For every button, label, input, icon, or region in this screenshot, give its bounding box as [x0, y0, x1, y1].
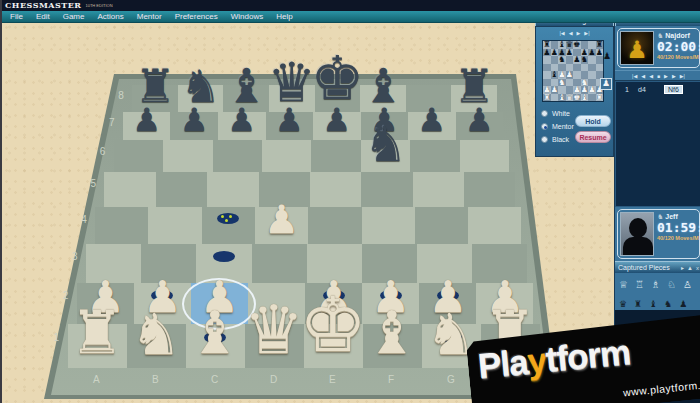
piece-white-knight-b1[interactable]: ♞: [125, 306, 188, 363]
black-player-clock: 02:00:00: [657, 39, 700, 54]
mini-square: ♛: [566, 94, 574, 102]
mini-piece: ♜: [543, 93, 551, 102]
mini-square: [596, 56, 604, 64]
menu-item-edit[interactable]: Edit: [36, 12, 50, 21]
thinking-vcr-button-2[interactable]: ▶: [577, 29, 581, 37]
board-square-h6[interactable]: [460, 140, 509, 172]
resume-button[interactable]: Resume: [575, 131, 611, 143]
playtform-logo: Playtform: [476, 332, 632, 386]
mini-square: ♞: [581, 56, 589, 64]
mini-square: [543, 64, 551, 72]
game-vcr-button-6[interactable]: ▶|: [680, 72, 685, 80]
mini-square: ♟: [573, 56, 581, 64]
piece-black-pawn-e7[interactable]: ♟: [318, 104, 356, 136]
chessmaster-window: CHESSMASTER 10TH EDITION FileEditGameAct…: [0, 0, 700, 403]
najdorf-avatar: ♟: [620, 31, 654, 65]
move-list[interactable]: 1d4Nf6: [615, 81, 700, 207]
white-player-name: Jeff: [665, 213, 677, 220]
mini-piece: ♚: [573, 93, 581, 102]
menu-bar: FileEditGameActionsMentorPreferencesWind…: [2, 11, 700, 23]
personality-icon: ♞: [657, 32, 663, 39]
piece-black-pawn-b7[interactable]: ♟: [175, 104, 213, 136]
board-square-b4[interactable]: [148, 207, 201, 244]
board-square-g6[interactable]: [410, 140, 459, 172]
game-vcr-button-1[interactable]: ◀: [641, 72, 645, 80]
piece-black-pawn-d7[interactable]: ♟: [270, 104, 308, 136]
move-white[interactable]: d4: [638, 86, 664, 93]
radio-white[interactable]: White: [541, 110, 570, 117]
mini-square: [551, 56, 559, 64]
piece-black-pawn-h7[interactable]: ♟: [460, 104, 498, 136]
board-square-h4[interactable]: [468, 207, 521, 244]
mini-square: ♜: [543, 94, 551, 102]
board-square-g4[interactable]: [415, 207, 468, 244]
mini-square: ♝: [551, 71, 559, 79]
game-vcr-button-3[interactable]: ■: [657, 72, 660, 80]
menu-item-preferences[interactable]: Preferences: [175, 12, 218, 21]
mini-square: ♟: [543, 49, 551, 57]
file-label-g: G: [447, 374, 455, 385]
board-square-e6[interactable]: [311, 140, 360, 172]
mini-square: [588, 94, 596, 102]
player-icon: ♞: [657, 213, 663, 220]
captured-piece-icon: ♝: [649, 299, 657, 309]
rank-label-2: 2: [63, 290, 69, 301]
rank-label-7: 7: [109, 117, 115, 128]
rank-label-1: 1: [54, 332, 60, 343]
mini-square: [581, 64, 589, 72]
thinking-vcr-button-3[interactable]: ▶|: [584, 29, 589, 37]
mini-square: [543, 56, 551, 64]
app-logo-subtitle: 10TH EDITION: [81, 4, 112, 8]
jeff-avatar: [620, 212, 654, 256]
mini-square: [543, 71, 551, 79]
file-label-f: F: [388, 374, 394, 385]
white-pawn-icon[interactable]: ♟: [600, 78, 612, 90]
board-square-h5[interactable]: [464, 172, 515, 207]
visual-thinking-panel: Visual Thinking ▲x |◀◀▶▶| ♜♝♛♚♜♟♟♟♟♟♟♟♞♟…: [535, 14, 614, 157]
radio-mentor[interactable]: Mentor: [541, 123, 574, 130]
mini-square: [588, 64, 596, 72]
captured-pieces-title: Captured Pieces: [618, 264, 670, 271]
board-square-d3[interactable]: [252, 244, 307, 283]
file-label-a: A: [93, 374, 100, 385]
window-title-bar: CHESSMASTER 10TH EDITION: [2, 0, 700, 11]
piece-black-pawn-c7[interactable]: ♟: [223, 104, 261, 136]
game-vcr-button-2[interactable]: ◀: [649, 72, 653, 80]
mini-square: [573, 71, 581, 79]
rank-label-6: 6: [100, 146, 106, 157]
board-square-e4[interactable]: [308, 207, 361, 244]
mini-square: ♟: [566, 49, 574, 57]
captured-piece-icon: ♕: [619, 279, 628, 290]
board-square-e5[interactable]: [310, 172, 361, 207]
game-vcr-button-5[interactable]: ▶: [672, 72, 676, 80]
piece-black-pawn-g7[interactable]: ♟: [413, 104, 451, 136]
mini-square: ♟: [551, 86, 559, 94]
board-square-b6[interactable]: [163, 140, 212, 172]
mini-square: ♟: [588, 49, 596, 57]
captured-piece-icon: ♟: [679, 299, 687, 309]
move-number: 1: [616, 86, 638, 93]
game-vcr-controls: |◀◀◀■▶▶▶|: [615, 70, 700, 81]
app-logo: CHESSMASTER: [2, 2, 81, 9]
mini-square: [573, 64, 581, 72]
mini-piece: ♜: [596, 93, 604, 102]
black-player-name: Najdorf: [665, 32, 690, 39]
captured-piece-icon: ♙: [683, 279, 692, 290]
board-square-a4[interactable]: [95, 207, 148, 244]
board-square-a5[interactable]: [104, 172, 155, 207]
thinking-vcr-button-0[interactable]: |◀: [559, 29, 564, 37]
playtform-url: www.playtform.net: [622, 377, 700, 398]
game-vcr-button-0[interactable]: |◀: [632, 72, 637, 80]
mini-square: [596, 64, 604, 72]
board-square-b5[interactable]: [156, 172, 207, 207]
mini-piece: ♝: [581, 93, 589, 102]
file-label-e: E: [329, 374, 336, 385]
captured-piece-icon: ♖: [635, 279, 644, 290]
move-row-1: 1d4Nf6: [616, 85, 700, 94]
rank-label-3: 3: [72, 251, 78, 262]
board-square-a6[interactable]: [114, 140, 163, 172]
mini-square: ♟: [566, 71, 574, 79]
captured-pieces-title-bar: Captured Pieces ▸▲x: [615, 261, 700, 273]
mini-square: [566, 56, 574, 64]
thinking-vcr-button-1[interactable]: ◀: [569, 29, 573, 37]
mini-square: ♞: [558, 79, 566, 87]
menu-item-game[interactable]: Game: [63, 12, 85, 21]
mini-square: ♚: [573, 41, 581, 49]
mini-square: ♚: [573, 94, 581, 102]
mini-square: ♟: [588, 86, 596, 94]
board-square-f4[interactable]: [362, 207, 415, 244]
menu-item-windows[interactable]: Windows: [231, 12, 263, 21]
hold-button[interactable]: Hold: [575, 115, 611, 127]
board-square-c5[interactable]: [207, 172, 258, 207]
captured-piece-icon: ♘: [667, 279, 676, 290]
thinking-vcr-controls: |◀◀▶▶|: [536, 29, 613, 37]
captured-piece-icon: ♞: [664, 299, 672, 309]
mini-square: ♟: [596, 49, 604, 57]
captured-row-black: ♛♜♝♞♟: [619, 299, 699, 309]
board-square-d6[interactable]: [262, 140, 311, 172]
captured-pieces-window-button-0[interactable]: ▸: [681, 265, 684, 271]
mini-square: [551, 94, 559, 102]
mini-square: [588, 71, 596, 79]
thinking-marker-c3: [213, 251, 235, 262]
rank-label-8: 8: [118, 90, 124, 101]
white-player-clock: 01:59:35: [657, 220, 700, 235]
mini-square: ♜: [596, 94, 604, 102]
radio-black[interactable]: Black: [541, 136, 569, 143]
mini-square: ♝: [558, 94, 566, 102]
mini-square: ♟: [551, 49, 559, 57]
piece-black-pawn-a7[interactable]: ♟: [128, 104, 166, 136]
file-label-b: B: [152, 374, 159, 385]
mini-square: ♝: [581, 94, 589, 102]
mini-piece: ♝: [558, 93, 566, 102]
file-label-c: C: [211, 374, 218, 385]
rank-label-4: 4: [81, 214, 87, 225]
captured-pieces-window-button-2[interactable]: x: [696, 265, 699, 271]
piece-white-pawn-d4[interactable]: ♟: [259, 200, 304, 239]
captured-pieces-window-button-1[interactable]: ▲: [687, 265, 693, 271]
piece-white-bishop-f1[interactable]: ♝: [360, 304, 425, 363]
move-black-selected[interactable]: Nf6: [664, 85, 683, 94]
file-label-d: D: [270, 374, 277, 385]
player-white-block: ♞Jeff 01:59:35 40/120 Moves/M: [617, 209, 700, 259]
black-pawn-icon: ♟: [603, 52, 611, 61]
mini-square: [566, 79, 574, 87]
mini-square: [588, 56, 596, 64]
menu-item-mentor[interactable]: Mentor: [137, 12, 162, 21]
player-black-block: ♟ ♞Najdorf 02:00:00 40/120 Moves/M: [617, 28, 700, 68]
menu-item-actions[interactable]: Actions: [97, 12, 123, 21]
board-square-g5[interactable]: [413, 172, 464, 207]
gold-piece-icon: ♟: [621, 35, 653, 65]
black-player-time-control: 40/120 Moves/M: [657, 54, 700, 60]
rank-label-5: 5: [90, 178, 96, 189]
white-player-time-control: 40/120 Moves/M: [657, 235, 700, 241]
mini-piece: ♛: [566, 93, 574, 102]
board-square-f5[interactable]: [361, 172, 412, 207]
captured-piece-icon: ♛: [619, 299, 627, 309]
captured-row-white: ♕♖♗♘♙: [619, 279, 699, 290]
piece-white-rook-a1[interactable]: ♜: [64, 303, 130, 363]
menu-item-file[interactable]: File: [10, 12, 23, 21]
game-vcr-button-4[interactable]: ▶: [664, 72, 668, 80]
board-square-c6[interactable]: [213, 140, 262, 172]
captured-piece-icon: ♜: [634, 299, 642, 309]
thinking-mini-board: ♜♝♛♚♜♟♟♟♟♟♟♟♞♟♞♝♟♟♞♞♟♟♟♟♟♟♜♝♛♚♝♜: [542, 40, 604, 102]
piece-black-knight-f6[interactable]: ♞: [358, 120, 412, 168]
captured-piece-icon: ♗: [651, 279, 660, 290]
mini-square: ♞: [558, 56, 566, 64]
menu-item-help[interactable]: Help: [276, 12, 292, 21]
